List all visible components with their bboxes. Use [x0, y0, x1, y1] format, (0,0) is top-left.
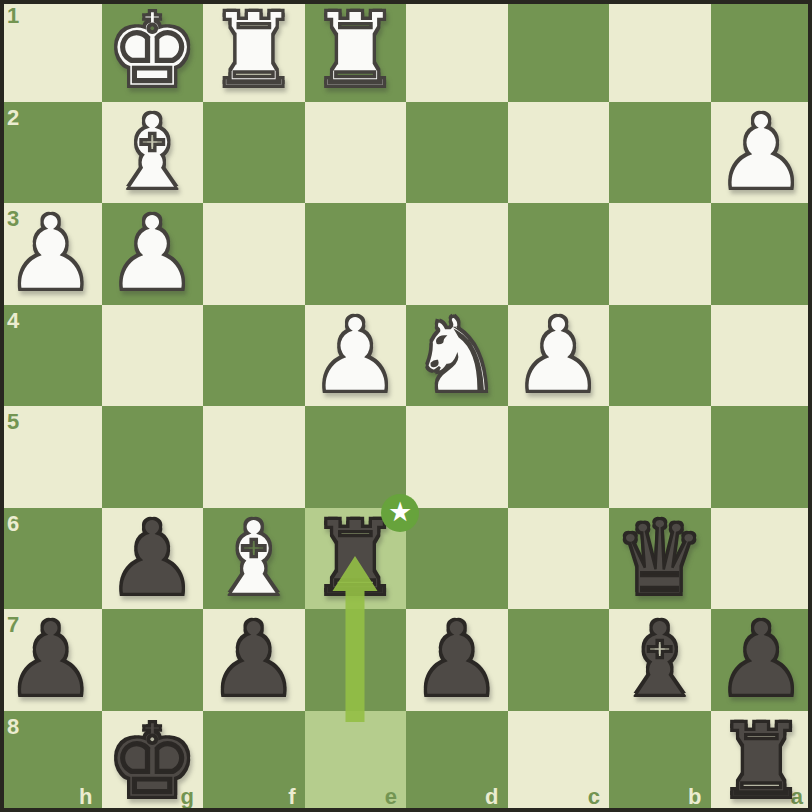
piece-white-rook[interactable]: ♜: [305, 0, 407, 102]
square-d6[interactable]: [406, 508, 508, 610]
piece-black-pawn[interactable]: ♟: [711, 609, 812, 711]
square-a6[interactable]: [711, 508, 812, 610]
square-f7[interactable]: ♟: [203, 609, 305, 711]
square-a7[interactable]: ♟: [711, 609, 812, 711]
square-h4[interactable]: 4: [0, 305, 102, 407]
square-d8[interactable]: d: [406, 711, 508, 812]
square-a2[interactable]: ♟: [711, 102, 812, 204]
square-b5[interactable]: [609, 406, 711, 508]
piece-black-queen[interactable]: ♛: [609, 508, 711, 610]
square-h6[interactable]: 6: [0, 508, 102, 610]
piece-black-pawn[interactable]: ♟: [0, 609, 102, 711]
square-b6[interactable]: ♛: [609, 508, 711, 610]
rank-label-8: 8: [7, 714, 19, 740]
square-f3[interactable]: [203, 203, 305, 305]
piece-black-king[interactable]: ♚: [102, 711, 204, 812]
square-a3[interactable]: [711, 203, 812, 305]
rank-label-6: 6: [7, 511, 19, 537]
square-c7[interactable]: [508, 609, 610, 711]
square-e6[interactable]: ♜: [305, 508, 407, 610]
square-g7[interactable]: [102, 609, 204, 711]
piece-white-pawn[interactable]: ♟: [508, 305, 610, 407]
square-h2[interactable]: 2: [0, 102, 102, 204]
file-label-c: c: [588, 784, 600, 810]
file-label-d: d: [485, 784, 498, 810]
square-h3[interactable]: 3♟: [0, 203, 102, 305]
square-c6[interactable]: [508, 508, 610, 610]
square-g4[interactable]: [102, 305, 204, 407]
piece-black-rook[interactable]: ♜: [711, 711, 812, 812]
square-c4[interactable]: ♟: [508, 305, 610, 407]
square-b3[interactable]: [609, 203, 711, 305]
square-b7[interactable]: ♝: [609, 609, 711, 711]
square-c1[interactable]: [508, 0, 610, 102]
square-e3[interactable]: [305, 203, 407, 305]
piece-black-pawn[interactable]: ♟: [203, 609, 305, 711]
square-e4[interactable]: ♟: [305, 305, 407, 407]
piece-white-king[interactable]: ♚: [102, 0, 204, 102]
piece-white-bishop[interactable]: ♝: [203, 508, 305, 610]
square-b4[interactable]: [609, 305, 711, 407]
square-e7[interactable]: [305, 609, 407, 711]
square-e5[interactable]: [305, 406, 407, 508]
rank-label-1: 1: [7, 3, 19, 29]
file-label-b: b: [688, 784, 701, 810]
piece-white-pawn[interactable]: ♟: [305, 305, 407, 407]
chess-board: 1♚♜♜2♝♟3♟♟4♟♞♟56♟♝♜♛7♟♟♟♝♟8hg♚fedcba♜ ★: [0, 0, 812, 812]
rank-label-4: 4: [7, 308, 19, 334]
square-d1[interactable]: [406, 0, 508, 102]
square-h1[interactable]: 1: [0, 0, 102, 102]
square-b1[interactable]: [609, 0, 711, 102]
piece-black-pawn[interactable]: ♟: [102, 508, 204, 610]
piece-white-pawn[interactable]: ♟: [0, 203, 102, 305]
square-h8[interactable]: 8h: [0, 711, 102, 812]
square-a8[interactable]: a♜: [711, 711, 812, 812]
square-a1[interactable]: [711, 0, 812, 102]
square-e8[interactable]: e: [305, 711, 407, 812]
piece-white-rook[interactable]: ♜: [203, 0, 305, 102]
piece-white-pawn[interactable]: ♟: [102, 203, 204, 305]
square-a4[interactable]: [711, 305, 812, 407]
rank-label-2: 2: [7, 105, 19, 131]
piece-white-pawn[interactable]: ♟: [711, 102, 812, 204]
square-g6[interactable]: ♟: [102, 508, 204, 610]
square-c8[interactable]: c: [508, 711, 610, 812]
square-c2[interactable]: [508, 102, 610, 204]
square-h7[interactable]: 7♟: [0, 609, 102, 711]
square-a5[interactable]: [711, 406, 812, 508]
piece-black-rook[interactable]: ♜: [305, 508, 407, 610]
file-label-h: h: [79, 784, 92, 810]
file-label-f: f: [288, 784, 295, 810]
square-e1[interactable]: ♜: [305, 0, 407, 102]
square-f5[interactable]: [203, 406, 305, 508]
square-e2[interactable]: [305, 102, 407, 204]
square-d4[interactable]: ♞: [406, 305, 508, 407]
square-f2[interactable]: [203, 102, 305, 204]
square-g5[interactable]: [102, 406, 204, 508]
square-d7[interactable]: ♟: [406, 609, 508, 711]
square-b2[interactable]: [609, 102, 711, 204]
square-d5[interactable]: [406, 406, 508, 508]
square-g1[interactable]: ♚: [102, 0, 204, 102]
square-f4[interactable]: [203, 305, 305, 407]
square-f6[interactable]: ♝: [203, 508, 305, 610]
square-g3[interactable]: ♟: [102, 203, 204, 305]
piece-white-bishop[interactable]: ♝: [102, 102, 204, 204]
square-g2[interactable]: ♝: [102, 102, 204, 204]
piece-white-knight[interactable]: ♞: [406, 305, 508, 407]
piece-black-bishop[interactable]: ♝: [609, 609, 711, 711]
square-c3[interactable]: [508, 203, 610, 305]
board-grid: 1♚♜♜2♝♟3♟♟4♟♞♟56♟♝♜♛7♟♟♟♝♟8hg♚fedcba♜: [0, 0, 812, 812]
square-b8[interactable]: b: [609, 711, 711, 812]
rank-label-5: 5: [7, 409, 19, 435]
square-g8[interactable]: g♚: [102, 711, 204, 812]
square-d2[interactable]: [406, 102, 508, 204]
square-c5[interactable]: [508, 406, 610, 508]
piece-black-pawn[interactable]: ♟: [406, 609, 508, 711]
square-f8[interactable]: f: [203, 711, 305, 812]
file-label-e: e: [385, 784, 397, 810]
square-d3[interactable]: [406, 203, 508, 305]
square-f1[interactable]: ♜: [203, 0, 305, 102]
square-h5[interactable]: 5: [0, 406, 102, 508]
